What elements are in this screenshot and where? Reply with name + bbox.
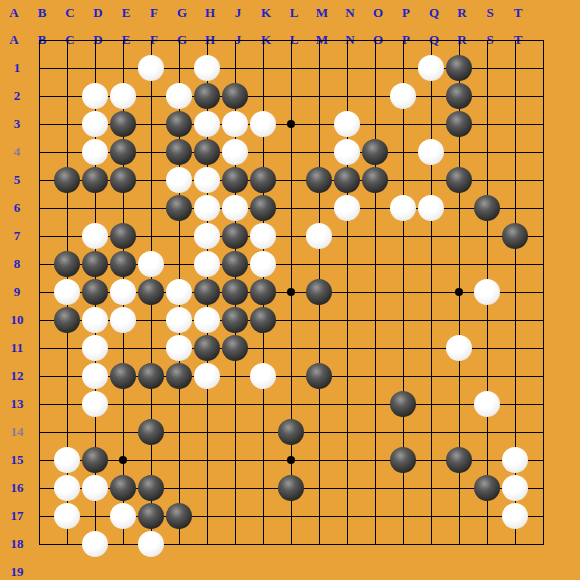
intersection-J2[interactable]: [249, 54, 277, 82]
intersection-A19[interactable]: [25, 530, 53, 558]
intersection-C17[interactable]: [81, 474, 109, 502]
intersection-Q10[interactable]: [445, 278, 473, 306]
intersection-M1[interactable]: [333, 26, 361, 54]
intersection-F7[interactable]: [165, 194, 193, 222]
intersection-G15[interactable]: [193, 418, 221, 446]
intersection-T19[interactable]: [529, 530, 557, 558]
intersection-D13[interactable]: [109, 362, 137, 390]
intersection-A1[interactable]: [25, 26, 53, 54]
intersection-H4[interactable]: [221, 110, 249, 138]
intersection-N12[interactable]: [361, 334, 389, 362]
intersection-J9[interactable]: [249, 250, 277, 278]
intersection-L10[interactable]: [305, 278, 333, 306]
intersection-J14[interactable]: [249, 390, 277, 418]
intersection-G9[interactable]: [193, 250, 221, 278]
intersection-Q17[interactable]: [445, 474, 473, 502]
intersection-C6[interactable]: [81, 166, 109, 194]
intersection-O8[interactable]: [389, 222, 417, 250]
intersection-F8[interactable]: [165, 222, 193, 250]
intersection-T7[interactable]: [529, 194, 557, 222]
intersection-N7[interactable]: [361, 194, 389, 222]
intersection-R19[interactable]: [473, 530, 501, 558]
intersection-L4[interactable]: [305, 110, 333, 138]
intersection-L8[interactable]: [305, 222, 333, 250]
intersection-L2[interactable]: [305, 54, 333, 82]
intersection-B9[interactable]: [53, 250, 81, 278]
intersection-N4[interactable]: [361, 110, 389, 138]
intersection-Q16[interactable]: [445, 446, 473, 474]
intersection-G2[interactable]: [193, 54, 221, 82]
intersection-E9[interactable]: [137, 250, 165, 278]
intersection-N1[interactable]: [361, 26, 389, 54]
intersection-K13[interactable]: [277, 362, 305, 390]
intersection-F14[interactable]: [165, 390, 193, 418]
intersection-K7[interactable]: [277, 194, 305, 222]
intersection-E13[interactable]: [137, 362, 165, 390]
intersection-P9[interactable]: [417, 250, 445, 278]
intersection-A10[interactable]: [25, 278, 53, 306]
intersection-R6[interactable]: [473, 166, 501, 194]
intersection-S11[interactable]: [501, 306, 529, 334]
intersection-M18[interactable]: [333, 502, 361, 530]
intersection-E4[interactable]: [137, 110, 165, 138]
intersection-G8[interactable]: [193, 222, 221, 250]
intersection-F11[interactable]: [165, 306, 193, 334]
intersection-J19[interactable]: [249, 530, 277, 558]
intersection-S15[interactable]: [501, 418, 529, 446]
intersection-K10[interactable]: [277, 278, 305, 306]
intersection-G3[interactable]: [193, 82, 221, 110]
intersection-L7[interactable]: [305, 194, 333, 222]
intersection-L15[interactable]: [305, 418, 333, 446]
intersection-Q2[interactable]: [445, 54, 473, 82]
intersection-E10[interactable]: [137, 278, 165, 306]
intersection-B5[interactable]: [53, 138, 81, 166]
intersection-A5[interactable]: [25, 138, 53, 166]
intersection-C13[interactable]: [81, 362, 109, 390]
intersection-E16[interactable]: [137, 446, 165, 474]
intersection-T12[interactable]: [529, 334, 557, 362]
intersection-T1[interactable]: [529, 26, 557, 54]
intersection-P16[interactable]: [417, 446, 445, 474]
intersection-P2[interactable]: [417, 54, 445, 82]
intersection-M19[interactable]: [333, 530, 361, 558]
intersection-S9[interactable]: [501, 250, 529, 278]
intersection-O15[interactable]: [389, 418, 417, 446]
intersection-N11[interactable]: [361, 306, 389, 334]
intersection-S2[interactable]: [501, 54, 529, 82]
intersection-L17[interactable]: [305, 474, 333, 502]
intersection-Q3[interactable]: [445, 82, 473, 110]
intersection-C15[interactable]: [81, 418, 109, 446]
intersection-T8[interactable]: [529, 222, 557, 250]
intersection-S4[interactable]: [501, 110, 529, 138]
intersection-H13[interactable]: [221, 362, 249, 390]
intersection-N10[interactable]: [361, 278, 389, 306]
intersection-H17[interactable]: [221, 474, 249, 502]
intersection-T2[interactable]: [529, 54, 557, 82]
intersection-T17[interactable]: [529, 474, 557, 502]
intersection-F9[interactable]: [165, 250, 193, 278]
intersection-R1[interactable]: [473, 26, 501, 54]
intersection-Q19[interactable]: [445, 530, 473, 558]
intersection-N17[interactable]: [361, 474, 389, 502]
intersection-M2[interactable]: [333, 54, 361, 82]
intersection-C10[interactable]: [81, 278, 109, 306]
intersection-T6[interactable]: [529, 166, 557, 194]
intersection-T18[interactable]: [529, 502, 557, 530]
intersection-G18[interactable]: [193, 502, 221, 530]
intersection-F1[interactable]: [165, 26, 193, 54]
intersection-E6[interactable]: [137, 166, 165, 194]
intersection-D8[interactable]: [109, 222, 137, 250]
intersection-S7[interactable]: [501, 194, 529, 222]
intersection-P6[interactable]: [417, 166, 445, 194]
intersection-O10[interactable]: [389, 278, 417, 306]
intersection-D9[interactable]: [109, 250, 137, 278]
intersection-F18[interactable]: [165, 502, 193, 530]
intersection-Q5[interactable]: [445, 138, 473, 166]
intersection-B1[interactable]: [53, 26, 81, 54]
intersection-N15[interactable]: [361, 418, 389, 446]
intersection-P5[interactable]: [417, 138, 445, 166]
intersection-S19[interactable]: [501, 530, 529, 558]
intersection-P19[interactable]: [417, 530, 445, 558]
intersection-M16[interactable]: [333, 446, 361, 474]
intersection-J3[interactable]: [249, 82, 277, 110]
intersection-H8[interactable]: [221, 222, 249, 250]
intersection-P18[interactable]: [417, 502, 445, 530]
intersection-H5[interactable]: [221, 138, 249, 166]
intersection-K15[interactable]: [277, 418, 305, 446]
intersection-R2[interactable]: [473, 54, 501, 82]
intersection-E1[interactable]: [137, 26, 165, 54]
intersection-G10[interactable]: [193, 278, 221, 306]
intersection-N8[interactable]: [361, 222, 389, 250]
intersection-C8[interactable]: [81, 222, 109, 250]
intersection-E11[interactable]: [137, 306, 165, 334]
intersection-T11[interactable]: [529, 306, 557, 334]
intersection-F12[interactable]: [165, 334, 193, 362]
intersection-T10[interactable]: [529, 278, 557, 306]
intersection-R10[interactable]: [473, 278, 501, 306]
intersection-P11[interactable]: [417, 306, 445, 334]
intersection-A16[interactable]: [25, 446, 53, 474]
intersection-B3[interactable]: [53, 82, 81, 110]
intersection-O2[interactable]: [389, 54, 417, 82]
intersection-A14[interactable]: [25, 390, 53, 418]
intersection-O14[interactable]: [389, 390, 417, 418]
intersection-C2[interactable]: [81, 54, 109, 82]
intersection-A4[interactable]: [25, 110, 53, 138]
intersection-F13[interactable]: [165, 362, 193, 390]
intersection-E12[interactable]: [137, 334, 165, 362]
intersection-F16[interactable]: [165, 446, 193, 474]
intersection-P7[interactable]: [417, 194, 445, 222]
intersection-P13[interactable]: [417, 362, 445, 390]
intersection-F5[interactable]: [165, 138, 193, 166]
intersection-G16[interactable]: [193, 446, 221, 474]
intersection-G17[interactable]: [193, 474, 221, 502]
intersection-O3[interactable]: [389, 82, 417, 110]
intersection-R14[interactable]: [473, 390, 501, 418]
intersection-L16[interactable]: [305, 446, 333, 474]
intersection-A12[interactable]: [25, 334, 53, 362]
intersection-H9[interactable]: [221, 250, 249, 278]
intersection-S10[interactable]: [501, 278, 529, 306]
intersection-H19[interactable]: [221, 530, 249, 558]
intersection-K12[interactable]: [277, 334, 305, 362]
intersection-A9[interactable]: [25, 250, 53, 278]
intersection-C9[interactable]: [81, 250, 109, 278]
intersection-B8[interactable]: [53, 222, 81, 250]
intersection-H14[interactable]: [221, 390, 249, 418]
intersection-C4[interactable]: [81, 110, 109, 138]
intersection-R4[interactable]: [473, 110, 501, 138]
intersection-J12[interactable]: [249, 334, 277, 362]
intersection-B7[interactable]: [53, 194, 81, 222]
intersection-J4[interactable]: [249, 110, 277, 138]
intersection-A18[interactable]: [25, 502, 53, 530]
intersection-M9[interactable]: [333, 250, 361, 278]
intersection-N5[interactable]: [361, 138, 389, 166]
intersection-B17[interactable]: [53, 474, 81, 502]
intersection-M4[interactable]: [333, 110, 361, 138]
intersection-P1[interactable]: [417, 26, 445, 54]
intersection-D4[interactable]: [109, 110, 137, 138]
intersection-J7[interactable]: [249, 194, 277, 222]
intersection-E5[interactable]: [137, 138, 165, 166]
intersection-Q1[interactable]: [445, 26, 473, 54]
intersection-D17[interactable]: [109, 474, 137, 502]
intersection-Q13[interactable]: [445, 362, 473, 390]
intersection-J17[interactable]: [249, 474, 277, 502]
intersection-N18[interactable]: [361, 502, 389, 530]
intersection-N6[interactable]: [361, 166, 389, 194]
intersection-E14[interactable]: [137, 390, 165, 418]
intersection-D5[interactable]: [109, 138, 137, 166]
intersection-O16[interactable]: [389, 446, 417, 474]
intersection-T9[interactable]: [529, 250, 557, 278]
intersection-O9[interactable]: [389, 250, 417, 278]
intersection-D15[interactable]: [109, 418, 137, 446]
intersection-E3[interactable]: [137, 82, 165, 110]
intersection-H1[interactable]: [221, 26, 249, 54]
intersection-C12[interactable]: [81, 334, 109, 362]
intersection-B10[interactable]: [53, 278, 81, 306]
intersection-L11[interactable]: [305, 306, 333, 334]
intersection-B4[interactable]: [53, 110, 81, 138]
intersection-O17[interactable]: [389, 474, 417, 502]
intersection-Q14[interactable]: [445, 390, 473, 418]
intersection-H15[interactable]: [221, 418, 249, 446]
intersection-L6[interactable]: [305, 166, 333, 194]
intersection-S5[interactable]: [501, 138, 529, 166]
intersection-D18[interactable]: [109, 502, 137, 530]
intersection-J15[interactable]: [249, 418, 277, 446]
intersection-H10[interactable]: [221, 278, 249, 306]
intersection-D1[interactable]: [109, 26, 137, 54]
intersection-E18[interactable]: [137, 502, 165, 530]
intersection-E17[interactable]: [137, 474, 165, 502]
intersection-S16[interactable]: [501, 446, 529, 474]
intersection-P14[interactable]: [417, 390, 445, 418]
intersection-L14[interactable]: [305, 390, 333, 418]
intersection-S17[interactable]: [501, 474, 529, 502]
intersection-T3[interactable]: [529, 82, 557, 110]
intersection-N16[interactable]: [361, 446, 389, 474]
intersection-M10[interactable]: [333, 278, 361, 306]
intersection-B16[interactable]: [53, 446, 81, 474]
intersection-L19[interactable]: [305, 530, 333, 558]
intersection-L1[interactable]: [305, 26, 333, 54]
intersection-P15[interactable]: [417, 418, 445, 446]
intersection-N3[interactable]: [361, 82, 389, 110]
intersection-S18[interactable]: [501, 502, 529, 530]
intersection-J8[interactable]: [249, 222, 277, 250]
intersection-M8[interactable]: [333, 222, 361, 250]
intersection-S13[interactable]: [501, 362, 529, 390]
intersection-F17[interactable]: [165, 474, 193, 502]
intersection-G6[interactable]: [193, 166, 221, 194]
intersection-D16[interactable]: [109, 446, 137, 474]
intersection-P3[interactable]: [417, 82, 445, 110]
intersection-K5[interactable]: [277, 138, 305, 166]
intersection-P4[interactable]: [417, 110, 445, 138]
intersection-B12[interactable]: [53, 334, 81, 362]
intersection-E19[interactable]: [137, 530, 165, 558]
intersection-K19[interactable]: [277, 530, 305, 558]
intersection-D19[interactable]: [109, 530, 137, 558]
intersection-G5[interactable]: [193, 138, 221, 166]
intersection-H2[interactable]: [221, 54, 249, 82]
intersection-A8[interactable]: [25, 222, 53, 250]
intersection-K11[interactable]: [277, 306, 305, 334]
intersection-K16[interactable]: [277, 446, 305, 474]
intersection-G1[interactable]: [193, 26, 221, 54]
intersection-F4[interactable]: [165, 110, 193, 138]
intersection-C14[interactable]: [81, 390, 109, 418]
intersection-Q15[interactable]: [445, 418, 473, 446]
intersection-C11[interactable]: [81, 306, 109, 334]
intersection-N19[interactable]: [361, 530, 389, 558]
intersection-E15[interactable]: [137, 418, 165, 446]
intersection-G13[interactable]: [193, 362, 221, 390]
intersection-K3[interactable]: [277, 82, 305, 110]
intersection-E2[interactable]: [137, 54, 165, 82]
intersection-D10[interactable]: [109, 278, 137, 306]
intersection-J18[interactable]: [249, 502, 277, 530]
intersection-B11[interactable]: [53, 306, 81, 334]
intersection-C5[interactable]: [81, 138, 109, 166]
intersection-S1[interactable]: [501, 26, 529, 54]
intersection-M7[interactable]: [333, 194, 361, 222]
intersection-L9[interactable]: [305, 250, 333, 278]
intersection-L3[interactable]: [305, 82, 333, 110]
intersection-K2[interactable]: [277, 54, 305, 82]
intersection-H18[interactable]: [221, 502, 249, 530]
intersection-G12[interactable]: [193, 334, 221, 362]
intersection-R8[interactable]: [473, 222, 501, 250]
intersection-C19[interactable]: [81, 530, 109, 558]
intersection-B6[interactable]: [53, 166, 81, 194]
intersection-F19[interactable]: [165, 530, 193, 558]
intersection-A17[interactable]: [25, 474, 53, 502]
intersection-L12[interactable]: [305, 334, 333, 362]
intersection-F3[interactable]: [165, 82, 193, 110]
intersection-K14[interactable]: [277, 390, 305, 418]
intersection-J1[interactable]: [249, 26, 277, 54]
intersection-R13[interactable]: [473, 362, 501, 390]
intersection-J13[interactable]: [249, 362, 277, 390]
intersection-M17[interactable]: [333, 474, 361, 502]
intersection-J16[interactable]: [249, 446, 277, 474]
intersection-K1[interactable]: [277, 26, 305, 54]
intersection-K17[interactable]: [277, 474, 305, 502]
intersection-J10[interactable]: [249, 278, 277, 306]
intersection-C7[interactable]: [81, 194, 109, 222]
intersection-G19[interactable]: [193, 530, 221, 558]
intersection-S6[interactable]: [501, 166, 529, 194]
intersection-R16[interactable]: [473, 446, 501, 474]
intersection-S14[interactable]: [501, 390, 529, 418]
intersection-H6[interactable]: [221, 166, 249, 194]
intersection-H3[interactable]: [221, 82, 249, 110]
intersection-N14[interactable]: [361, 390, 389, 418]
intersection-A15[interactable]: [25, 418, 53, 446]
intersection-E7[interactable]: [137, 194, 165, 222]
intersection-Q6[interactable]: [445, 166, 473, 194]
intersection-C3[interactable]: [81, 82, 109, 110]
intersection-N2[interactable]: [361, 54, 389, 82]
intersection-R9[interactable]: [473, 250, 501, 278]
intersection-P8[interactable]: [417, 222, 445, 250]
intersection-J11[interactable]: [249, 306, 277, 334]
intersection-K6[interactable]: [277, 166, 305, 194]
intersection-N9[interactable]: [361, 250, 389, 278]
intersection-T13[interactable]: [529, 362, 557, 390]
intersection-O18[interactable]: [389, 502, 417, 530]
intersection-G7[interactable]: [193, 194, 221, 222]
intersection-M12[interactable]: [333, 334, 361, 362]
intersection-S3[interactable]: [501, 82, 529, 110]
intersection-P12[interactable]: [417, 334, 445, 362]
intersection-R5[interactable]: [473, 138, 501, 166]
intersection-M11[interactable]: [333, 306, 361, 334]
intersection-A2[interactable]: [25, 54, 53, 82]
intersection-G4[interactable]: [193, 110, 221, 138]
intersection-D12[interactable]: [109, 334, 137, 362]
intersection-T16[interactable]: [529, 446, 557, 474]
intersection-Q4[interactable]: [445, 110, 473, 138]
intersection-H16[interactable]: [221, 446, 249, 474]
intersection-K9[interactable]: [277, 250, 305, 278]
intersection-G11[interactable]: [193, 306, 221, 334]
intersection-K8[interactable]: [277, 222, 305, 250]
intersection-F6[interactable]: [165, 166, 193, 194]
intersection-O4[interactable]: [389, 110, 417, 138]
intersection-D3[interactable]: [109, 82, 137, 110]
intersection-F10[interactable]: [165, 278, 193, 306]
intersection-C16[interactable]: [81, 446, 109, 474]
intersection-Q18[interactable]: [445, 502, 473, 530]
intersection-K18[interactable]: [277, 502, 305, 530]
intersection-Q7[interactable]: [445, 194, 473, 222]
intersection-N13[interactable]: [361, 362, 389, 390]
intersection-O13[interactable]: [389, 362, 417, 390]
intersection-H12[interactable]: [221, 334, 249, 362]
intersection-T4[interactable]: [529, 110, 557, 138]
